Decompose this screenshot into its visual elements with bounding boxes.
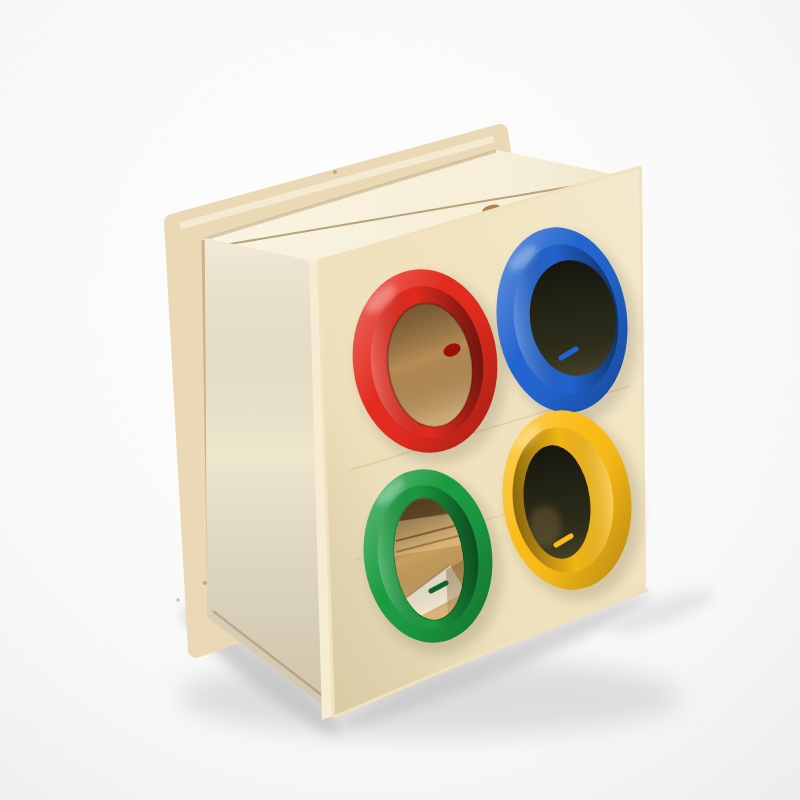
toy-box-photo	[0, 0, 800, 800]
photo-stage	[0, 0, 800, 800]
wood-speck	[203, 581, 207, 585]
ring-yellow-hole-reflection	[529, 506, 561, 546]
wood-speck	[333, 170, 337, 174]
wood-speck	[176, 598, 179, 601]
